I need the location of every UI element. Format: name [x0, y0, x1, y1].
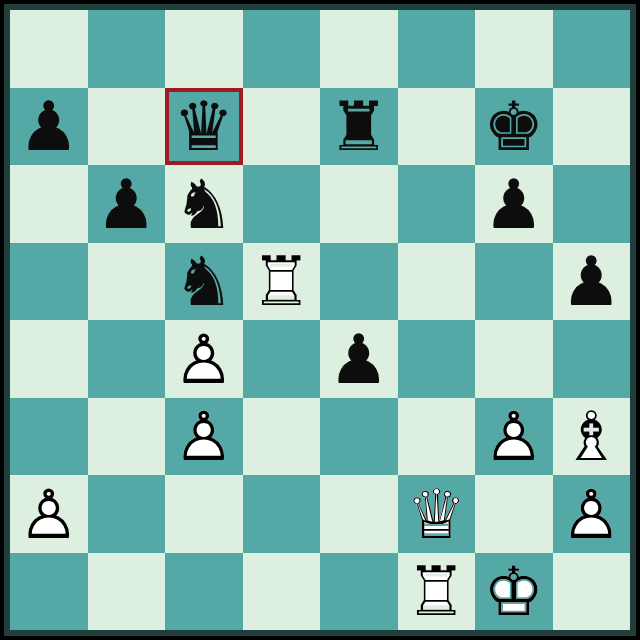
- square-d6[interactable]: [243, 165, 321, 243]
- white-pawn-piece[interactable]: ♟♙: [475, 398, 553, 476]
- board-mat: ♟♛♜♚♟♞♟♞♜♖♟♟♙♟♟♙♟♙♝♗♟♙♛♕♟♙♜♖♚♔: [4, 4, 636, 636]
- square-h1[interactable]: [553, 553, 631, 631]
- square-c7[interactable]: ♛: [165, 88, 243, 166]
- square-c4[interactable]: ♟♙: [165, 320, 243, 398]
- square-a5[interactable]: [10, 243, 88, 321]
- square-d5[interactable]: ♜♖: [243, 243, 321, 321]
- square-e7[interactable]: ♜: [320, 88, 398, 166]
- black-pawn-icon: ♟: [88, 166, 166, 244]
- square-d4[interactable]: [243, 320, 321, 398]
- square-g5[interactable]: [475, 243, 553, 321]
- black-queen-piece[interactable]: ♛: [165, 88, 243, 166]
- square-h4[interactable]: [553, 320, 631, 398]
- square-f5[interactable]: [398, 243, 476, 321]
- square-b4[interactable]: [88, 320, 166, 398]
- white-pawn-piece[interactable]: ♟♙: [10, 475, 88, 553]
- square-b6[interactable]: ♟: [88, 165, 166, 243]
- square-g2[interactable]: [475, 475, 553, 553]
- square-a2[interactable]: ♟♙: [10, 475, 88, 553]
- black-pawn-icon: ♟: [475, 166, 553, 244]
- square-b1[interactable]: [88, 553, 166, 631]
- square-c1[interactable]: [165, 553, 243, 631]
- black-pawn-piece[interactable]: ♟: [320, 320, 398, 398]
- square-b5[interactable]: [88, 243, 166, 321]
- square-c5[interactable]: ♞: [165, 243, 243, 321]
- square-a6[interactable]: [10, 165, 88, 243]
- black-pawn-icon: ♟: [320, 321, 398, 399]
- square-g4[interactable]: [475, 320, 553, 398]
- white-king-piece[interactable]: ♚♔: [475, 553, 553, 631]
- square-h2[interactable]: ♟♙: [553, 475, 631, 553]
- white-bishop-piece[interactable]: ♝♗: [553, 398, 631, 476]
- white-queen-outline-icon: ♕: [398, 476, 476, 554]
- black-queen-icon: ♛: [165, 89, 243, 167]
- square-d1[interactable]: [243, 553, 321, 631]
- square-f8[interactable]: [398, 10, 476, 88]
- black-knight-icon: ♞: [165, 166, 243, 244]
- square-c8[interactable]: [165, 10, 243, 88]
- square-h3[interactable]: ♝♗: [553, 398, 631, 476]
- black-rook-icon: ♜: [320, 89, 398, 167]
- square-f3[interactable]: [398, 398, 476, 476]
- square-e2[interactable]: [320, 475, 398, 553]
- square-e8[interactable]: [320, 10, 398, 88]
- white-pawn-outline-icon: ♙: [165, 399, 243, 477]
- square-g7[interactable]: ♚: [475, 88, 553, 166]
- square-d2[interactable]: [243, 475, 321, 553]
- square-c2[interactable]: [165, 475, 243, 553]
- square-f2[interactable]: ♛♕: [398, 475, 476, 553]
- black-king-icon: ♚: [475, 89, 553, 167]
- black-pawn-piece[interactable]: ♟: [475, 165, 553, 243]
- black-knight-piece[interactable]: ♞: [165, 165, 243, 243]
- white-bishop-outline-icon: ♗: [553, 399, 631, 477]
- white-pawn-outline-icon: ♙: [165, 321, 243, 399]
- square-d3[interactable]: [243, 398, 321, 476]
- square-e1[interactable]: [320, 553, 398, 631]
- white-king-outline-icon: ♔: [475, 554, 553, 632]
- white-rook-outline-icon: ♖: [398, 554, 476, 632]
- square-a1[interactable]: [10, 553, 88, 631]
- square-g1[interactable]: ♚♔: [475, 553, 553, 631]
- square-g8[interactable]: [475, 10, 553, 88]
- black-pawn-piece[interactable]: ♟: [10, 88, 88, 166]
- square-h5[interactable]: ♟: [553, 243, 631, 321]
- square-a3[interactable]: [10, 398, 88, 476]
- black-pawn-piece[interactable]: ♟: [88, 165, 166, 243]
- black-pawn-icon: ♟: [553, 244, 631, 322]
- white-rook-piece[interactable]: ♜♖: [398, 553, 476, 631]
- square-e3[interactable]: [320, 398, 398, 476]
- board-frame: ♟♛♜♚♟♞♟♞♜♖♟♟♙♟♟♙♟♙♝♗♟♙♛♕♟♙♜♖♚♔: [0, 0, 640, 640]
- square-g6[interactable]: ♟: [475, 165, 553, 243]
- white-rook-outline-icon: ♖: [243, 244, 321, 322]
- square-c3[interactable]: ♟♙: [165, 398, 243, 476]
- square-d8[interactable]: [243, 10, 321, 88]
- black-pawn-piece[interactable]: ♟: [553, 243, 631, 321]
- square-a4[interactable]: [10, 320, 88, 398]
- white-pawn-outline-icon: ♙: [553, 476, 631, 554]
- white-pawn-piece[interactable]: ♟♙: [165, 320, 243, 398]
- square-d7[interactable]: [243, 88, 321, 166]
- black-pawn-icon: ♟: [10, 89, 88, 167]
- square-g3[interactable]: ♟♙: [475, 398, 553, 476]
- square-h7[interactable]: [553, 88, 631, 166]
- square-b3[interactable]: [88, 398, 166, 476]
- white-rook-piece[interactable]: ♜♖: [243, 243, 321, 321]
- white-pawn-piece[interactable]: ♟♙: [553, 475, 631, 553]
- square-f7[interactable]: [398, 88, 476, 166]
- square-e5[interactable]: [320, 243, 398, 321]
- black-knight-piece[interactable]: ♞: [165, 243, 243, 321]
- square-c6[interactable]: ♞: [165, 165, 243, 243]
- white-queen-piece[interactable]: ♛♕: [398, 475, 476, 553]
- chess-board: ♟♛♜♚♟♞♟♞♜♖♟♟♙♟♟♙♟♙♝♗♟♙♛♕♟♙♜♖♚♔: [10, 10, 630, 630]
- square-b2[interactable]: [88, 475, 166, 553]
- white-pawn-outline-icon: ♙: [10, 476, 88, 554]
- white-pawn-piece[interactable]: ♟♙: [165, 398, 243, 476]
- square-e6[interactable]: [320, 165, 398, 243]
- square-h6[interactable]: [553, 165, 631, 243]
- black-rook-piece[interactable]: ♜: [320, 88, 398, 166]
- square-a7[interactable]: ♟: [10, 88, 88, 166]
- square-b7[interactable]: [88, 88, 166, 166]
- black-king-piece[interactable]: ♚: [475, 88, 553, 166]
- square-b8[interactable]: [88, 10, 166, 88]
- white-pawn-outline-icon: ♙: [475, 399, 553, 477]
- square-h8[interactable]: [553, 10, 631, 88]
- black-knight-icon: ♞: [165, 244, 243, 322]
- square-e4[interactable]: ♟: [320, 320, 398, 398]
- square-f1[interactable]: ♜♖: [398, 553, 476, 631]
- square-f6[interactable]: [398, 165, 476, 243]
- square-f4[interactable]: [398, 320, 476, 398]
- square-a8[interactable]: [10, 10, 88, 88]
